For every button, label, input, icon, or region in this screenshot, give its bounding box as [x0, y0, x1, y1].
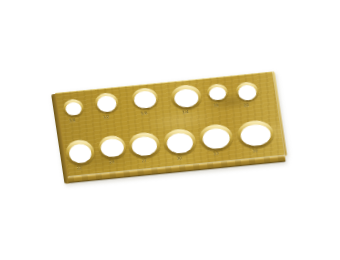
hole-bore: [173, 88, 200, 109]
brass-gauge-plate: 3/8 1/2 5/8 3/4 16 20 22 24 27 30 33 36: [55, 72, 285, 177]
hole-bore: [100, 138, 125, 158]
hole-bore: [201, 127, 231, 150]
hole-bore: [208, 86, 227, 101]
hole-bore: [67, 143, 93, 165]
hole-bore: [165, 132, 194, 155]
hole-bore: [96, 95, 117, 112]
hole-bore: [64, 101, 82, 116]
photo-background: 3/8 1/2 5/8 3/4 16 20 22 24 27 30 33 36: [0, 0, 340, 260]
hole-bore: [239, 123, 272, 147]
hole-bore: [237, 84, 257, 101]
hole-bore: [133, 90, 157, 108]
hole-bore: [130, 135, 158, 157]
